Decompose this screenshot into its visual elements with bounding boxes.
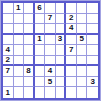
sudoku-board: 16724135472784531 <box>1 1 100 100</box>
cell-r7c4[interactable] <box>35 66 46 77</box>
cell-r1c2[interactable]: 1 <box>14 3 25 14</box>
cell-r6c8[interactable] <box>77 56 88 67</box>
cell-r7c9[interactable] <box>87 66 98 77</box>
cell-r5c5[interactable] <box>45 45 56 56</box>
cell-r4c9[interactable] <box>87 35 98 46</box>
cell-r1c9[interactable] <box>87 3 98 14</box>
cell-r9c1[interactable]: 1 <box>3 87 14 98</box>
cell-r1c7[interactable] <box>66 3 77 14</box>
cell-r2c8[interactable] <box>77 14 88 25</box>
cell-r6c3[interactable] <box>24 56 35 67</box>
cell-r9c7[interactable] <box>66 87 77 98</box>
cell-r5c3[interactable] <box>24 45 35 56</box>
cell-r3c7[interactable]: 4 <box>66 24 77 35</box>
cell-r2c5[interactable]: 7 <box>45 14 56 25</box>
cell-r8c6[interactable] <box>56 77 67 88</box>
cell-r2c4[interactable] <box>35 14 46 25</box>
cell-r7c5[interactable]: 4 <box>45 66 56 77</box>
cell-r3c8[interactable] <box>77 24 88 35</box>
cell-r2c9[interactable] <box>87 14 98 25</box>
cell-r9c6[interactable] <box>56 87 67 98</box>
cell-r9c3[interactable] <box>24 87 35 98</box>
cell-r6c9[interactable] <box>87 56 98 67</box>
cell-r7c6[interactable] <box>56 66 67 77</box>
cell-r6c2[interactable] <box>14 56 25 67</box>
cell-r4c2[interactable] <box>14 35 25 46</box>
cell-r1c3[interactable] <box>24 3 35 14</box>
cell-r4c7[interactable] <box>66 35 77 46</box>
cell-r6c5[interactable] <box>45 56 56 67</box>
cell-r3c6[interactable] <box>56 24 67 35</box>
cell-r7c3[interactable]: 8 <box>24 66 35 77</box>
cell-r3c9[interactable] <box>87 24 98 35</box>
cell-r3c5[interactable] <box>45 24 56 35</box>
cell-r6c4[interactable] <box>35 56 46 67</box>
cell-r3c2[interactable] <box>14 24 25 35</box>
cell-r1c8[interactable] <box>77 3 88 14</box>
cell-r3c4[interactable] <box>35 24 46 35</box>
cell-r2c2[interactable] <box>14 14 25 25</box>
cell-r3c1[interactable] <box>3 24 14 35</box>
cell-r4c1[interactable] <box>3 35 14 46</box>
cell-r7c2[interactable] <box>14 66 25 77</box>
cell-r8c4[interactable] <box>35 77 46 88</box>
cell-r4c3[interactable] <box>24 35 35 46</box>
cell-r5c9[interactable] <box>87 45 98 56</box>
cell-r8c1[interactable] <box>3 77 14 88</box>
cell-r1c6[interactable] <box>56 3 67 14</box>
cell-r4c6[interactable]: 3 <box>56 35 67 46</box>
cell-r5c6[interactable] <box>56 45 67 56</box>
cell-r5c7[interactable]: 7 <box>66 45 77 56</box>
cell-r9c5[interactable] <box>45 87 56 98</box>
cell-r7c7[interactable] <box>66 66 77 77</box>
cell-r7c1[interactable]: 7 <box>3 66 14 77</box>
cell-r8c3[interactable] <box>24 77 35 88</box>
cell-r5c2[interactable] <box>14 45 25 56</box>
cell-r5c8[interactable] <box>77 45 88 56</box>
cell-r2c3[interactable] <box>24 14 35 25</box>
cell-r8c7[interactable] <box>66 77 77 88</box>
cell-r6c7[interactable] <box>66 56 77 67</box>
cell-r6c6[interactable] <box>56 56 67 67</box>
cell-r8c9[interactable]: 3 <box>87 77 98 88</box>
cell-r2c1[interactable] <box>3 14 14 25</box>
cell-r6c1[interactable]: 2 <box>3 56 14 67</box>
cell-r9c2[interactable] <box>14 87 25 98</box>
cell-r9c4[interactable] <box>35 87 46 98</box>
cell-r8c8[interactable] <box>77 77 88 88</box>
cell-r7c8[interactable] <box>77 66 88 77</box>
cell-r1c4[interactable]: 6 <box>35 3 46 14</box>
cell-r9c8[interactable] <box>77 87 88 98</box>
cell-r3c3[interactable] <box>24 24 35 35</box>
cell-r1c5[interactable] <box>45 3 56 14</box>
cell-r2c6[interactable] <box>56 14 67 25</box>
cell-r1c1[interactable] <box>3 3 14 14</box>
cell-r5c4[interactable] <box>35 45 46 56</box>
cell-r4c8[interactable]: 5 <box>77 35 88 46</box>
cell-r8c5[interactable]: 5 <box>45 77 56 88</box>
cell-r4c5[interactable] <box>45 35 56 46</box>
cell-r4c4[interactable]: 1 <box>35 35 46 46</box>
cell-r9c9[interactable] <box>87 87 98 98</box>
cell-r8c2[interactable] <box>14 77 25 88</box>
